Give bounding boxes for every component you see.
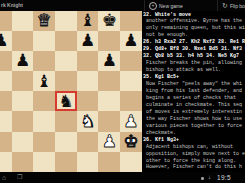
system-navbar: ⌂ ❐ ↓ 19:5 — [0, 172, 245, 183]
square-d7[interactable] — [33, 31, 55, 51]
square-g8[interactable]: ♚ — [98, 11, 120, 31]
home-icon[interactable]: ⌂ — [2, 173, 6, 182]
download-status-icon: ↓ — [208, 173, 211, 182]
square-g5[interactable] — [98, 71, 120, 91]
square-b4[interactable] — [0, 91, 12, 111]
comment-line: begins a series of checks that — [143, 95, 245, 102]
square-h3[interactable]: ♟ — [120, 111, 142, 131]
flip-board-button[interactable]: ↻ Flip boar — [217, 0, 245, 11]
square-c2[interactable] — [12, 132, 34, 152]
square-e2[interactable] — [55, 132, 77, 152]
comment-line: bishop to attack as well. — [143, 67, 245, 74]
square-f1[interactable] — [77, 152, 99, 172]
square-f8[interactable]: ♝ — [77, 11, 99, 31]
status-clock: 19:5 — [217, 174, 231, 181]
comment-line: king from his last defender, and — [143, 88, 245, 95]
move-line[interactable]: 36. Kf1 Ng3+ — [143, 137, 245, 144]
square-h4[interactable] — [120, 91, 142, 111]
square-e5[interactable] — [55, 71, 77, 91]
comment-line: of moves is extremely interestin — [143, 109, 245, 116]
flip-board-icon: ↻ — [222, 2, 228, 9]
square-h5[interactable] — [120, 71, 142, 91]
square-f6[interactable] — [77, 51, 99, 71]
square-g1[interactable] — [98, 152, 120, 172]
square-b3[interactable] — [0, 111, 12, 131]
square-e8[interactable] — [55, 11, 77, 31]
black-king: ♚ — [102, 12, 117, 29]
square-e6[interactable] — [55, 51, 77, 71]
square-c8[interactable] — [12, 11, 34, 31]
comment-line: only remaining queen, but this wi — [143, 25, 245, 32]
square-g4[interactable] — [98, 91, 120, 111]
move-line[interactable]: 26. h3 Rxa2 27. Kh2 Nxf2 28. Re1 R — [143, 39, 245, 46]
square-e3[interactable] — [55, 111, 77, 131]
analysis-panel[interactable]: 32. White's move another offensive. Byrn… — [143, 12, 245, 173]
comment-line: Adjacent bishops can, without — [143, 144, 245, 151]
square-f4[interactable] — [77, 91, 99, 111]
square-b8[interactable] — [0, 11, 12, 31]
square-f5[interactable] — [77, 71, 99, 91]
square-c6[interactable]: ♟ — [12, 51, 34, 71]
white-queen: ♛ — [37, 12, 52, 29]
white-pawn: ♟ — [102, 133, 117, 150]
square-f3[interactable]: ♞ — [77, 111, 99, 131]
black-knight: ♞ — [58, 92, 73, 109]
black-pawn: ♟ — [80, 32, 95, 49]
new-game-label: New game — [159, 3, 183, 9]
comment-line: various pieces together to force — [143, 123, 245, 130]
square-g7[interactable] — [98, 31, 120, 51]
square-d8[interactable]: ♛ — [33, 11, 55, 31]
black-pawn: ♟ — [123, 32, 138, 49]
square-d6[interactable] — [33, 51, 55, 71]
square-g2[interactable]: ♟ — [98, 132, 120, 152]
new-game-icon: + — [149, 2, 157, 10]
comment-line: culminate in checkmate. This seq — [143, 102, 245, 109]
comment-line: other to force the king along. — [143, 158, 245, 165]
square-g6[interactable]: ♟ — [98, 51, 120, 71]
chess-board[interactable]: ♛♝♚♟♟♟♟♟♝♞♞♟♜♟♚ — [0, 11, 142, 173]
comment-line: Now Fischer "peels away" the whi — [143, 81, 245, 88]
white-king: ♚ — [123, 133, 138, 150]
move-line[interactable]: 35. Kg1 Bc5+ — [143, 74, 245, 81]
move-line[interactable]: 29. Qd8+ Bf8 30. Nxe1 Bd5 31. Nf3 N — [143, 46, 245, 53]
square-e4[interactable]: ♞ — [55, 91, 77, 111]
black-pawn: ♟ — [15, 52, 30, 69]
comment-line: However, Fischer can't do this h — [143, 164, 245, 171]
new-game-button[interactable]: + New game — [144, 0, 183, 11]
square-c1[interactable] — [12, 152, 34, 172]
square-c3[interactable] — [12, 111, 34, 131]
square-c7[interactable] — [12, 31, 34, 51]
square-h8[interactable] — [120, 11, 142, 31]
white-knight: ♞ — [80, 113, 95, 130]
square-d4[interactable] — [33, 91, 55, 111]
square-b6[interactable] — [0, 51, 12, 71]
move-line[interactable]: 32. White's move — [143, 12, 245, 19]
square-b5[interactable] — [0, 71, 12, 91]
recent-apps-icon[interactable]: ❐ — [17, 173, 22, 182]
square-f2[interactable] — [77, 132, 99, 152]
square-b1[interactable] — [0, 152, 12, 172]
square-b7[interactable]: ♟ — [0, 31, 12, 51]
move-line[interactable]: 32. Qb8 b5 33. h4 h5 34. Ne5 Kg7 — [143, 53, 245, 60]
black-pawn: ♟ — [0, 32, 8, 49]
square-d3[interactable] — [33, 111, 55, 131]
square-h1[interactable] — [120, 152, 142, 172]
comment-line: opposition, simply move next to e — [143, 151, 245, 158]
square-g3[interactable] — [98, 111, 120, 131]
comment-line: checkmate. — [143, 130, 245, 137]
square-h6[interactable] — [120, 51, 142, 71]
square-b2[interactable] — [0, 132, 12, 152]
app-title: rk Knight — [1, 2, 23, 8]
comment-line: the way Fischer shows how to use — [143, 116, 245, 123]
square-c4[interactable] — [12, 91, 34, 111]
square-d2[interactable] — [33, 132, 55, 152]
square-e1[interactable] — [55, 152, 77, 172]
app-screen: rk Knight + New game ↻ Flip boar ♛♝♚♟♟♟♟… — [0, 0, 245, 183]
comment-line: not be enough. — [143, 32, 245, 39]
square-c5[interactable] — [12, 71, 34, 91]
chess-board-grid: ♛♝♚♟♟♟♟♟♝♞♞♟♜♟♚ — [0, 11, 142, 173]
square-e7[interactable] — [55, 31, 77, 51]
status-dot-icon — [201, 177, 204, 180]
black-bishop: ♝ — [80, 12, 95, 29]
square-d1[interactable] — [33, 152, 55, 172]
comment-line: another offensive. Byrne has the — [143, 18, 245, 25]
square-f7[interactable]: ♟ — [77, 31, 99, 51]
square-d5[interactable]: ♝ — [33, 71, 55, 91]
flip-board-label: Flip boar — [230, 3, 245, 9]
black-pawn: ♟ — [102, 52, 117, 69]
black-bishop: ♝ — [37, 72, 52, 89]
action-bar: rk Knight + New game ↻ Flip boar — [0, 0, 245, 11]
white-pawn: ♟ — [123, 113, 138, 130]
square-h7[interactable]: ♟ — [120, 31, 142, 51]
comment-line: Fischer breaks the pin, allowing — [143, 60, 245, 67]
square-h2[interactable]: ♚ — [120, 132, 142, 152]
